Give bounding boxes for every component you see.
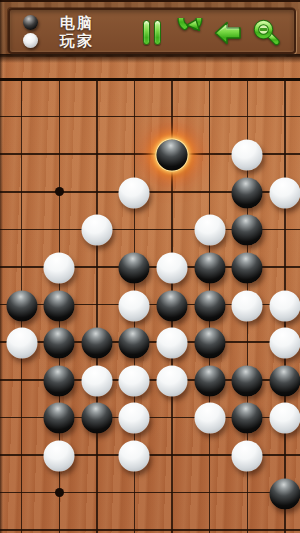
board-cell[interactable] <box>3 474 41 512</box>
board-cell[interactable] <box>116 211 154 249</box>
white-stone <box>6 328 37 359</box>
black-stone <box>157 290 188 321</box>
board-cell[interactable] <box>191 98 229 136</box>
board-cell[interactable] <box>266 474 300 512</box>
computer-label: 电脑 <box>60 14 130 32</box>
board-cell[interactable] <box>78 135 116 173</box>
black-stone <box>81 403 112 434</box>
back-button[interactable] <box>212 16 244 49</box>
header-bar: 电脑 玩家 <box>0 0 300 57</box>
board-cell[interactable] <box>266 399 300 437</box>
board-cell[interactable] <box>153 511 191 533</box>
black-stone <box>194 365 225 396</box>
board-cell[interactable] <box>191 399 229 437</box>
black-stone <box>232 365 263 396</box>
board-cell[interactable] <box>116 361 154 399</box>
board-cell[interactable] <box>229 135 267 173</box>
back-arrow-icon <box>213 18 243 48</box>
board-cell[interactable] <box>41 323 79 361</box>
white-stone <box>232 140 263 171</box>
board-cell[interactable] <box>153 248 191 286</box>
board-cell[interactable] <box>266 60 300 98</box>
board-cell[interactable] <box>191 286 229 324</box>
board-cell[interactable] <box>266 173 300 211</box>
board-cell[interactable] <box>116 60 154 98</box>
board-cell[interactable] <box>266 361 300 399</box>
board-cell[interactable] <box>78 173 116 211</box>
board-cell[interactable] <box>78 399 116 437</box>
board-cell[interactable] <box>191 323 229 361</box>
board-cell[interactable] <box>41 135 79 173</box>
board-cell[interactable] <box>191 361 229 399</box>
board-cell[interactable] <box>229 248 267 286</box>
white-stone <box>232 290 263 321</box>
black-stone <box>232 403 263 434</box>
board-cell[interactable] <box>3 60 41 98</box>
board-cell[interactable] <box>229 173 267 211</box>
board-cell[interactable] <box>229 286 267 324</box>
white-stone <box>232 440 263 471</box>
white-stone <box>157 365 188 396</box>
board-cell[interactable] <box>116 323 154 361</box>
white-stone <box>157 252 188 283</box>
board-cell[interactable] <box>3 248 41 286</box>
white-stone <box>119 403 150 434</box>
black-stone <box>194 290 225 321</box>
black-stone <box>119 328 150 359</box>
board-cell[interactable] <box>116 248 154 286</box>
computer-stone-icon <box>23 15 38 30</box>
last-move-stone <box>157 140 188 171</box>
board-cell[interactable] <box>229 474 267 512</box>
pause-icon <box>143 20 161 45</box>
white-stone <box>81 215 112 246</box>
board-cell[interactable] <box>3 323 41 361</box>
black-stone <box>269 365 300 396</box>
board-cell[interactable] <box>266 211 300 249</box>
white-stone <box>81 365 112 396</box>
black-stone <box>119 252 150 283</box>
black-stone <box>44 290 75 321</box>
white-stone <box>44 252 75 283</box>
board-cell[interactable] <box>78 211 116 249</box>
board-cell[interactable] <box>41 286 79 324</box>
board-cell[interactable] <box>229 436 267 474</box>
white-stone <box>269 177 300 208</box>
white-stone <box>269 328 300 359</box>
zoom-out-icon <box>251 18 281 48</box>
board-cell[interactable] <box>266 286 300 324</box>
board-cell[interactable] <box>41 60 79 98</box>
board-cell[interactable] <box>3 98 41 136</box>
board-cell[interactable] <box>229 211 267 249</box>
board-cell[interactable] <box>41 399 79 437</box>
board-cell[interactable] <box>41 474 79 512</box>
board-cell[interactable] <box>116 399 154 437</box>
board-cell[interactable] <box>153 286 191 324</box>
board-cell[interactable] <box>191 511 229 533</box>
board-cell[interactable] <box>153 474 191 512</box>
white-stone <box>194 403 225 434</box>
black-stone <box>81 328 112 359</box>
board-cell[interactable] <box>229 60 267 98</box>
board-cell[interactable] <box>78 286 116 324</box>
board-cell[interactable] <box>153 98 191 136</box>
board-cell[interactable] <box>266 135 300 173</box>
board-cell[interactable] <box>191 135 229 173</box>
board-cell[interactable] <box>78 323 116 361</box>
board-cell[interactable] <box>41 436 79 474</box>
board-cell[interactable] <box>78 436 116 474</box>
board-cell[interactable] <box>3 511 41 533</box>
undo-icon <box>175 18 205 48</box>
board-cell[interactable] <box>116 511 154 533</box>
black-stone <box>232 215 263 246</box>
black-stone <box>44 328 75 359</box>
white-stone <box>119 440 150 471</box>
board-cell[interactable] <box>266 436 300 474</box>
black-stone <box>194 252 225 283</box>
white-stone <box>44 440 75 471</box>
board-cell[interactable] <box>266 323 300 361</box>
white-stone <box>157 328 188 359</box>
board-cell[interactable] <box>153 211 191 249</box>
board-cell[interactable] <box>78 248 116 286</box>
board-cell[interactable] <box>116 135 154 173</box>
zoom-out-button[interactable] <box>250 16 282 49</box>
board-cell[interactable] <box>191 474 229 512</box>
white-stone <box>194 215 225 246</box>
undo-button[interactable] <box>174 16 206 49</box>
board-cell[interactable] <box>266 248 300 286</box>
board-cell[interactable] <box>153 135 191 173</box>
board-cell[interactable] <box>153 323 191 361</box>
board-cell[interactable] <box>41 98 79 136</box>
board-cell[interactable] <box>116 436 154 474</box>
board-cell[interactable] <box>153 173 191 211</box>
player-stone-icon <box>23 33 38 48</box>
board-cell[interactable] <box>153 436 191 474</box>
board-cell[interactable] <box>78 474 116 512</box>
board-cell[interactable] <box>229 399 267 437</box>
board-cell[interactable] <box>78 98 116 136</box>
black-stone <box>44 403 75 434</box>
black-stone <box>232 177 263 208</box>
board-cell[interactable] <box>78 361 116 399</box>
app-screen: 电脑 玩家 <box>0 0 300 533</box>
board-cell[interactable] <box>3 361 41 399</box>
board-cell[interactable] <box>3 211 41 249</box>
board-cell[interactable] <box>153 399 191 437</box>
black-stone <box>44 365 75 396</box>
board-cell[interactable] <box>191 173 229 211</box>
board-cell[interactable] <box>3 173 41 211</box>
board-cell[interactable] <box>229 98 267 136</box>
black-stone <box>194 328 225 359</box>
board-cell[interactable] <box>229 511 267 533</box>
board-cell[interactable] <box>3 436 41 474</box>
black-stone <box>269 478 300 509</box>
board-cell[interactable] <box>266 98 300 136</box>
board-cell[interactable] <box>41 211 79 249</box>
board-cell[interactable] <box>3 286 41 324</box>
board-cell[interactable] <box>116 98 154 136</box>
board-cell[interactable] <box>153 361 191 399</box>
board-cell[interactable] <box>116 474 154 512</box>
white-stone <box>119 365 150 396</box>
board-cell[interactable] <box>229 361 267 399</box>
black-stone <box>232 252 263 283</box>
white-stone <box>269 290 300 321</box>
board-cell[interactable] <box>41 511 79 533</box>
board-cell[interactable] <box>266 511 300 533</box>
board-cell[interactable] <box>3 399 41 437</box>
white-stone <box>119 290 150 321</box>
board-cell[interactable] <box>41 173 79 211</box>
board-cell[interactable] <box>229 323 267 361</box>
board-cell[interactable] <box>41 361 79 399</box>
board-cell[interactable] <box>191 436 229 474</box>
board-cell[interactable] <box>78 60 116 98</box>
pause-button[interactable] <box>136 16 168 49</box>
board-cell[interactable] <box>3 135 41 173</box>
board-cell[interactable] <box>116 286 154 324</box>
board-cell[interactable] <box>191 211 229 249</box>
black-stone <box>6 290 37 321</box>
board-cell[interactable] <box>116 173 154 211</box>
white-stone <box>269 403 300 434</box>
board-cell[interactable] <box>41 248 79 286</box>
board-cell[interactable] <box>191 248 229 286</box>
board <box>0 57 300 533</box>
player-label: 玩家 <box>60 32 130 50</box>
board-cell[interactable] <box>153 60 191 98</box>
board-cell[interactable] <box>78 511 116 533</box>
board-cell[interactable] <box>191 60 229 98</box>
white-stone <box>119 177 150 208</box>
